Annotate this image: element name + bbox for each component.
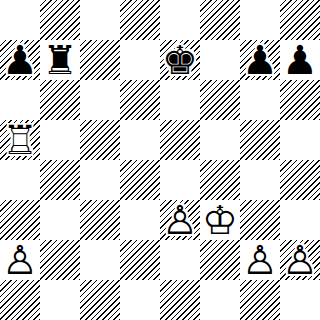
piece-black-pawn[interactable]: ♟♟ bbox=[280, 40, 320, 80]
square-a7[interactable]: ♟♟ bbox=[0, 40, 40, 80]
square-c5[interactable] bbox=[80, 120, 120, 160]
square-g1[interactable] bbox=[240, 280, 280, 320]
piece-white-king[interactable]: ♚♔ bbox=[200, 200, 240, 240]
square-b4[interactable] bbox=[40, 160, 80, 200]
square-f3[interactable]: ♚♔ bbox=[200, 200, 240, 240]
square-d4[interactable] bbox=[120, 160, 160, 200]
piece-glyph: ♙ bbox=[0, 240, 40, 280]
square-a5[interactable]: ♜♖ bbox=[0, 120, 40, 160]
piece-black-king[interactable]: ♚♚ bbox=[160, 40, 200, 80]
piece-glyph: ♙ bbox=[240, 240, 280, 280]
piece-white-pawn[interactable]: ♟♙ bbox=[0, 240, 40, 280]
square-g5[interactable] bbox=[240, 120, 280, 160]
square-g4[interactable] bbox=[240, 160, 280, 200]
square-e3[interactable]: ♟♙ bbox=[160, 200, 200, 240]
square-e5[interactable] bbox=[160, 120, 200, 160]
square-e8[interactable] bbox=[160, 0, 200, 40]
square-a6[interactable] bbox=[0, 80, 40, 120]
square-e1[interactable] bbox=[160, 280, 200, 320]
piece-white-rook[interactable]: ♜♖ bbox=[0, 120, 40, 160]
square-h6[interactable] bbox=[280, 80, 320, 120]
square-b6[interactable] bbox=[40, 80, 80, 120]
square-a8[interactable] bbox=[0, 0, 40, 40]
piece-glyph: ♟ bbox=[280, 40, 320, 80]
piece-black-rook[interactable]: ♜♜ bbox=[40, 40, 80, 80]
square-b8[interactable] bbox=[40, 0, 80, 40]
square-d8[interactable] bbox=[120, 0, 160, 40]
square-a1[interactable] bbox=[0, 280, 40, 320]
square-f4[interactable] bbox=[200, 160, 240, 200]
piece-glyph: ♖ bbox=[0, 120, 40, 160]
piece-black-pawn[interactable]: ♟♟ bbox=[0, 40, 40, 80]
square-f1[interactable] bbox=[200, 280, 240, 320]
square-g7[interactable]: ♟♟ bbox=[240, 40, 280, 80]
square-f6[interactable] bbox=[200, 80, 240, 120]
square-h1[interactable] bbox=[280, 280, 320, 320]
square-a2[interactable]: ♟♙ bbox=[0, 240, 40, 280]
square-g8[interactable] bbox=[240, 0, 280, 40]
square-c1[interactable] bbox=[80, 280, 120, 320]
piece-glyph: ♚ bbox=[160, 40, 200, 80]
square-d6[interactable] bbox=[120, 80, 160, 120]
square-c8[interactable] bbox=[80, 0, 120, 40]
square-h3[interactable] bbox=[280, 200, 320, 240]
square-a4[interactable] bbox=[0, 160, 40, 200]
piece-glyph: ♔ bbox=[200, 200, 240, 240]
square-b2[interactable] bbox=[40, 240, 80, 280]
square-h4[interactable] bbox=[280, 160, 320, 200]
square-b7[interactable]: ♜♜ bbox=[40, 40, 80, 80]
square-c6[interactable] bbox=[80, 80, 120, 120]
square-e6[interactable] bbox=[160, 80, 200, 120]
square-h5[interactable] bbox=[280, 120, 320, 160]
square-e4[interactable] bbox=[160, 160, 200, 200]
square-b1[interactable] bbox=[40, 280, 80, 320]
square-f2[interactable] bbox=[200, 240, 240, 280]
square-e2[interactable] bbox=[160, 240, 200, 280]
square-d5[interactable] bbox=[120, 120, 160, 160]
piece-glyph: ♟ bbox=[240, 40, 280, 80]
square-f8[interactable] bbox=[200, 0, 240, 40]
square-b5[interactable] bbox=[40, 120, 80, 160]
piece-glyph: ♟ bbox=[0, 40, 40, 80]
square-d3[interactable] bbox=[120, 200, 160, 240]
piece-white-pawn[interactable]: ♟♙ bbox=[160, 200, 200, 240]
square-d1[interactable] bbox=[120, 280, 160, 320]
piece-glyph: ♙ bbox=[160, 200, 200, 240]
square-h8[interactable] bbox=[280, 0, 320, 40]
square-c4[interactable] bbox=[80, 160, 120, 200]
piece-white-pawn[interactable]: ♟♙ bbox=[280, 240, 320, 280]
square-e7[interactable]: ♚♚ bbox=[160, 40, 200, 80]
chess-board: ♟♟♜♜♚♚♟♟♟♟♜♖♟♙♚♔♟♙♟♙♟♙ bbox=[0, 0, 320, 320]
square-c3[interactable] bbox=[80, 200, 120, 240]
square-d2[interactable] bbox=[120, 240, 160, 280]
square-h2[interactable]: ♟♙ bbox=[280, 240, 320, 280]
piece-glyph: ♜ bbox=[40, 40, 80, 80]
square-f5[interactable] bbox=[200, 120, 240, 160]
piece-glyph: ♙ bbox=[280, 240, 320, 280]
square-g2[interactable]: ♟♙ bbox=[240, 240, 280, 280]
square-c2[interactable] bbox=[80, 240, 120, 280]
square-g6[interactable] bbox=[240, 80, 280, 120]
square-g3[interactable] bbox=[240, 200, 280, 240]
piece-white-pawn[interactable]: ♟♙ bbox=[240, 240, 280, 280]
square-d7[interactable] bbox=[120, 40, 160, 80]
square-c7[interactable] bbox=[80, 40, 120, 80]
square-f7[interactable] bbox=[200, 40, 240, 80]
square-a3[interactable] bbox=[0, 200, 40, 240]
piece-black-pawn[interactable]: ♟♟ bbox=[240, 40, 280, 80]
square-b3[interactable] bbox=[40, 200, 80, 240]
square-h7[interactable]: ♟♟ bbox=[280, 40, 320, 80]
